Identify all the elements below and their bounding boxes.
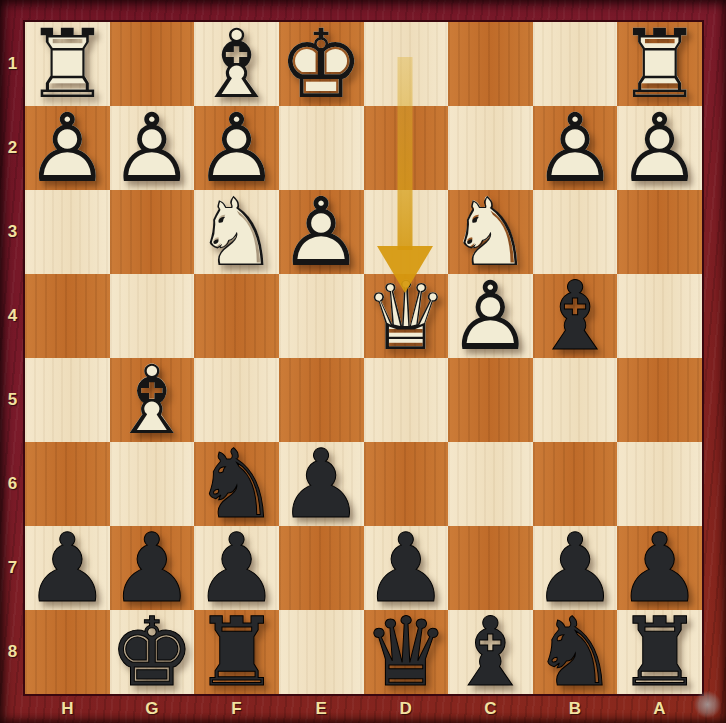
rank-label-2: 2 [0, 106, 25, 190]
square-e6[interactable]: ♟ [279, 442, 364, 526]
white-pawn-outline: ♙ [533, 106, 618, 190]
white-knight-outline: ♘ [194, 190, 279, 274]
square-e7[interactable] [279, 526, 364, 610]
square-a5[interactable] [617, 358, 702, 442]
square-d5[interactable] [364, 358, 449, 442]
board: ♜♖♝♗♚♔♜♖♟♙♟♙♟♙♟♙♟♙♞♘♟♙♞♘♛♕♟♙♝♝♗♞♟♟♟♟♟♟♟♚… [25, 22, 702, 694]
black-bishop[interactable]: ♝ [533, 274, 618, 358]
white-pawn[interactable]: ♟♙ [279, 190, 364, 274]
black-queen[interactable]: ♛ [364, 610, 449, 694]
square-d2[interactable] [364, 106, 449, 190]
black-rook[interactable]: ♜ [194, 610, 279, 694]
white-pawn[interactable]: ♟♙ [110, 106, 195, 190]
rank-label-4: 4 [0, 274, 25, 358]
rank-label-6: 6 [0, 442, 25, 526]
black-bishop[interactable]: ♝ [448, 610, 533, 694]
white-pawn-outline: ♙ [25, 106, 110, 190]
file-label-e: E [279, 694, 364, 723]
file-label-h: H [25, 694, 110, 723]
white-bishop[interactable]: ♝♗ [110, 358, 195, 442]
black-rook[interactable]: ♜ [617, 610, 702, 694]
white-pawn-outline: ♙ [279, 190, 364, 274]
rank-label-3: 3 [0, 190, 25, 274]
rank-labels: 12345678 [0, 22, 25, 694]
white-queen[interactable]: ♛♕ [364, 274, 449, 358]
rank-label-7: 7 [0, 526, 25, 610]
square-e1[interactable]: ♚♔ [279, 22, 364, 106]
square-f4[interactable] [194, 274, 279, 358]
white-pawn[interactable]: ♟♙ [25, 106, 110, 190]
square-e3[interactable]: ♟♙ [279, 190, 364, 274]
rank-label-5: 5 [0, 358, 25, 442]
corner-dot [694, 691, 721, 718]
black-rook-glyph: ♜ [194, 610, 279, 694]
white-bishop-outline: ♗ [110, 358, 195, 442]
black-rook-glyph: ♜ [617, 610, 702, 694]
black-king-glyph: ♚ [110, 610, 195, 694]
square-d8[interactable]: ♛ [364, 610, 449, 694]
square-a3[interactable] [617, 190, 702, 274]
square-d1[interactable] [364, 22, 449, 106]
white-king-outline: ♔ [279, 22, 364, 106]
white-pawn-outline: ♙ [617, 106, 702, 190]
black-bishop-glyph: ♝ [533, 274, 618, 358]
chessboard-app: 12345678 HGFEDCBA ♜♖♝♗♚♔♜♖♟♙♟♙♟♙♟♙♟♙♞♘♟♙… [0, 0, 726, 723]
square-f3[interactable]: ♞♘ [194, 190, 279, 274]
black-pawn-glyph: ♟ [25, 526, 110, 610]
square-a4[interactable] [617, 274, 702, 358]
white-knight[interactable]: ♞♘ [194, 190, 279, 274]
square-g2[interactable]: ♟♙ [110, 106, 195, 190]
square-e4[interactable] [279, 274, 364, 358]
square-h5[interactable] [25, 358, 110, 442]
square-c8[interactable]: ♝ [448, 610, 533, 694]
square-b8[interactable]: ♞ [533, 610, 618, 694]
white-pawn-outline: ♙ [448, 274, 533, 358]
rank-label-1: 1 [0, 22, 25, 106]
black-pawn[interactable]: ♟ [279, 442, 364, 526]
rank-label-8: 8 [0, 610, 25, 694]
square-a2[interactable]: ♟♙ [617, 106, 702, 190]
square-d4[interactable]: ♛♕ [364, 274, 449, 358]
square-h7[interactable]: ♟ [25, 526, 110, 610]
black-knight[interactable]: ♞ [533, 610, 618, 694]
square-b4[interactable]: ♝ [533, 274, 618, 358]
black-king[interactable]: ♚ [110, 610, 195, 694]
white-pawn[interactable]: ♟♙ [617, 106, 702, 190]
white-pawn[interactable]: ♟♙ [533, 106, 618, 190]
square-f8[interactable]: ♜ [194, 610, 279, 694]
square-h3[interactable] [25, 190, 110, 274]
black-queen-glyph: ♛ [364, 610, 449, 694]
black-pawn-glyph: ♟ [279, 442, 364, 526]
square-g8[interactable]: ♚ [110, 610, 195, 694]
black-bishop-glyph: ♝ [448, 610, 533, 694]
square-h4[interactable] [25, 274, 110, 358]
white-queen-outline: ♕ [364, 274, 449, 358]
white-pawn-outline: ♙ [110, 106, 195, 190]
square-c5[interactable] [448, 358, 533, 442]
square-b2[interactable]: ♟♙ [533, 106, 618, 190]
square-h8[interactable] [25, 610, 110, 694]
square-e8[interactable] [279, 610, 364, 694]
white-pawn[interactable]: ♟♙ [448, 274, 533, 358]
square-c1[interactable] [448, 22, 533, 106]
black-knight-glyph: ♞ [533, 610, 618, 694]
black-pawn[interactable]: ♟ [25, 526, 110, 610]
square-h2[interactable]: ♟♙ [25, 106, 110, 190]
square-c4[interactable]: ♟♙ [448, 274, 533, 358]
white-king[interactable]: ♚♔ [279, 22, 364, 106]
square-a8[interactable]: ♜ [617, 610, 702, 694]
square-b5[interactable] [533, 358, 618, 442]
square-g3[interactable] [110, 190, 195, 274]
square-c6[interactable] [448, 442, 533, 526]
square-g5[interactable]: ♝♗ [110, 358, 195, 442]
